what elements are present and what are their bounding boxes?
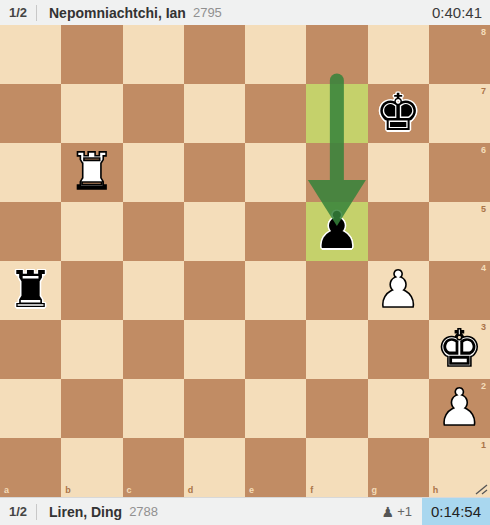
top-player-score: 1/2	[0, 5, 36, 20]
square-a5[interactable]	[0, 202, 61, 261]
rank-label-5: 5	[481, 205, 486, 214]
square-d8[interactable]	[184, 25, 245, 84]
square-a4[interactable]: ♜	[0, 261, 61, 320]
square-c8[interactable]	[123, 25, 184, 84]
bottom-player-bar: 1/2 Liren, Ding 2788 ♟ +1 0:14:54	[0, 497, 490, 525]
top-player-bar: 1/2 Nepomniachtchi, Ian 2795 0:40:41	[0, 0, 490, 25]
square-e3[interactable]	[245, 320, 306, 379]
resize-handle[interactable]	[475, 484, 488, 495]
square-c3[interactable]	[123, 320, 184, 379]
piece-white-rook[interactable]: ♜	[69, 146, 115, 197]
square-b1[interactable]: b	[61, 438, 122, 497]
square-e7[interactable]	[245, 84, 306, 143]
square-d2[interactable]	[184, 379, 245, 438]
square-f5[interactable]: ♟	[306, 202, 367, 261]
square-h2[interactable]: 2♟	[429, 379, 490, 438]
square-c7[interactable]	[123, 84, 184, 143]
square-d6[interactable]	[184, 143, 245, 202]
square-c6[interactable]	[123, 143, 184, 202]
rank-label-6: 6	[481, 146, 486, 155]
piece-black-king[interactable]: ♚	[375, 87, 421, 138]
square-g1[interactable]: g	[368, 438, 429, 497]
piece-white-pawn-h[interactable]: ♟	[437, 382, 483, 433]
rank-label-8: 8	[481, 28, 486, 37]
square-f1[interactable]: f	[306, 438, 367, 497]
square-b8[interactable]	[61, 25, 122, 84]
square-h6[interactable]: 6	[429, 143, 490, 202]
square-a1[interactable]: a	[0, 438, 61, 497]
material-advantage-value: +1	[397, 504, 412, 519]
bottom-player-name: Liren, Ding	[49, 504, 122, 520]
square-g2[interactable]	[368, 379, 429, 438]
square-e1[interactable]: e	[245, 438, 306, 497]
square-g7[interactable]: ♚	[368, 84, 429, 143]
square-a7[interactable]	[0, 84, 61, 143]
square-b4[interactable]	[61, 261, 122, 320]
square-c2[interactable]	[123, 379, 184, 438]
square-c1[interactable]: c	[123, 438, 184, 497]
square-h4[interactable]: 4	[429, 261, 490, 320]
file-label-e: e	[249, 486, 254, 495]
square-g6[interactable]	[368, 143, 429, 202]
square-b3[interactable]	[61, 320, 122, 379]
square-b5[interactable]	[61, 202, 122, 261]
chess-board: 8♚7♜6♟5♜♟43♚2♟abcdefg1h	[0, 25, 490, 497]
square-d7[interactable]	[184, 84, 245, 143]
square-f8[interactable]	[306, 25, 367, 84]
square-f2[interactable]	[306, 379, 367, 438]
square-f7[interactable]	[306, 84, 367, 143]
square-h5[interactable]: 5	[429, 202, 490, 261]
square-c4[interactable]	[123, 261, 184, 320]
square-h8[interactable]: 8	[429, 25, 490, 84]
square-a3[interactable]	[0, 320, 61, 379]
piece-black-rook[interactable]: ♜	[8, 264, 54, 315]
file-label-d: d	[188, 486, 194, 495]
square-e5[interactable]	[245, 202, 306, 261]
piece-white-pawn-g[interactable]: ♟	[375, 264, 421, 315]
piece-black-pawn[interactable]: ♟	[314, 205, 360, 256]
top-player-name: Nepomniachtchi, Ian	[49, 5, 186, 21]
square-g4[interactable]: ♟	[368, 261, 429, 320]
rank-label-1: 1	[481, 441, 486, 450]
square-b7[interactable]	[61, 84, 122, 143]
square-d4[interactable]	[184, 261, 245, 320]
square-f6[interactable]	[306, 143, 367, 202]
top-player-clock: 0:40:41	[424, 4, 490, 21]
bottom-player-rating: 2788	[129, 504, 158, 519]
square-c5[interactable]	[123, 202, 184, 261]
material-advantage: ♟ +1	[382, 504, 412, 519]
square-a8[interactable]	[0, 25, 61, 84]
square-e4[interactable]	[245, 261, 306, 320]
bottom-player-clock: 0:14:54	[422, 498, 490, 525]
file-label-b: b	[65, 486, 71, 495]
bottom-player-score: 1/2	[0, 504, 36, 519]
square-g3[interactable]	[368, 320, 429, 379]
square-g5[interactable]	[368, 202, 429, 261]
square-b2[interactable]	[61, 379, 122, 438]
rank-label-4: 4	[481, 264, 486, 273]
file-label-g: g	[372, 486, 378, 495]
square-d1[interactable]: d	[184, 438, 245, 497]
file-label-a: a	[4, 486, 9, 495]
square-d3[interactable]	[184, 320, 245, 379]
top-player-rating: 2795	[193, 5, 222, 20]
piece-white-king[interactable]: ♚	[437, 323, 483, 374]
square-g8[interactable]	[368, 25, 429, 84]
square-b6[interactable]: ♜	[61, 143, 122, 202]
square-f3[interactable]	[306, 320, 367, 379]
divider	[36, 504, 37, 520]
file-label-h: h	[433, 486, 439, 495]
square-a2[interactable]	[0, 379, 61, 438]
square-a6[interactable]	[0, 143, 61, 202]
divider	[36, 5, 37, 21]
square-d5[interactable]	[184, 202, 245, 261]
square-h7[interactable]: 7	[429, 84, 490, 143]
square-e2[interactable]	[245, 379, 306, 438]
pawn-icon: ♟	[382, 505, 395, 519]
file-label-f: f	[310, 486, 313, 495]
square-h3[interactable]: 3♚	[429, 320, 490, 379]
rank-label-7: 7	[481, 87, 486, 96]
square-e6[interactable]	[245, 143, 306, 202]
file-label-c: c	[127, 486, 132, 495]
square-f4[interactable]	[306, 261, 367, 320]
square-e8[interactable]	[245, 25, 306, 84]
